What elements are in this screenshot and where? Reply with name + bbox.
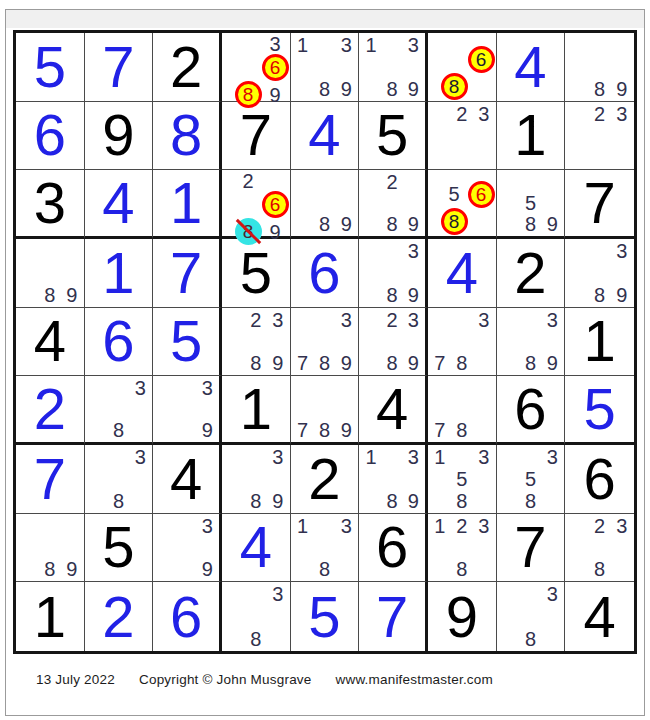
cell-r2c6[interactable]: 5 bbox=[359, 102, 428, 171]
cell-r8c6[interactable]: 6 bbox=[359, 514, 428, 583]
candidate-grid: 589 bbox=[498, 171, 564, 235]
given-digit: 7 bbox=[514, 518, 546, 576]
candidate: 7 bbox=[429, 352, 451, 374]
solved-digit: 5 bbox=[170, 312, 202, 370]
footer-website-link[interactable]: www.manifestmaster.com bbox=[336, 672, 493, 687]
candidate-grid: 138 bbox=[292, 515, 358, 581]
candidate-grid: 238 bbox=[566, 515, 633, 581]
candidate-grid: 389 bbox=[566, 240, 633, 306]
cell-r5c6[interactable]: 2389 bbox=[359, 308, 428, 377]
candidate: 3 bbox=[197, 515, 218, 537]
candidate: 9 bbox=[61, 558, 83, 580]
cell-r5c2[interactable]: 6 bbox=[85, 308, 154, 377]
cell-r7c1[interactable]: 7 bbox=[16, 445, 85, 514]
candidate: 3 bbox=[403, 240, 424, 262]
given-digit: 1 bbox=[514, 106, 546, 164]
cell-r6c5[interactable]: 789 bbox=[291, 376, 360, 445]
candidate: 9 bbox=[335, 352, 357, 374]
candidate: 3 bbox=[403, 34, 424, 56]
candidate: 8 bbox=[520, 628, 542, 650]
candidate-grid: 1358 bbox=[429, 446, 495, 512]
cell-r1c5[interactable]: 1389 bbox=[291, 33, 360, 102]
candidate: 3 bbox=[129, 446, 151, 468]
candidate: 9 bbox=[611, 78, 633, 100]
given-digit: 4 bbox=[584, 588, 616, 646]
cell-r3c5[interactable]: 89 bbox=[291, 170, 360, 239]
cell-r7c6[interactable]: 1389 bbox=[359, 445, 428, 514]
candidate: 9 bbox=[197, 420, 218, 441]
cell-r9c9[interactable]: 4 bbox=[565, 582, 634, 651]
cell-r3c4[interactable]: 2689 bbox=[222, 170, 291, 239]
candidate: 3 bbox=[611, 103, 633, 125]
given-digit: 1 bbox=[584, 312, 616, 370]
solved-digit: 5 bbox=[584, 380, 616, 438]
candidate: 1 bbox=[429, 446, 451, 468]
candidate: 9 bbox=[403, 490, 424, 512]
cell-r7c5[interactable]: 2 bbox=[291, 445, 360, 514]
candidate: 8 bbox=[245, 628, 267, 650]
candidate-grid: 38 bbox=[86, 377, 152, 441]
cell-r9c8[interactable]: 38 bbox=[497, 582, 566, 651]
candidate: 3 bbox=[473, 309, 495, 331]
solved-digit: 7 bbox=[102, 38, 134, 96]
cell-r4c8[interactable]: 2 bbox=[497, 239, 566, 308]
candidate: 8 bbox=[39, 558, 61, 580]
given-digit: 2 bbox=[308, 450, 340, 508]
candidate: 9 bbox=[403, 78, 424, 100]
candidate-grid: 68 bbox=[429, 34, 495, 100]
cell-r6c7[interactable]: 78 bbox=[428, 376, 497, 445]
candidate-grid: 23 bbox=[429, 103, 495, 169]
solved-digit: 6 bbox=[34, 106, 66, 164]
candidate-grid: 389 bbox=[223, 446, 289, 512]
candidate: 2 bbox=[451, 515, 473, 537]
candidate: 7 bbox=[292, 352, 314, 374]
footer: 13 July 2022 Copyright © John Musgrave w… bbox=[36, 672, 644, 687]
solved-digit: 4 bbox=[446, 244, 478, 302]
candidate-grid: 23 bbox=[566, 103, 633, 169]
cell-r4c2[interactable]: 1 bbox=[85, 239, 154, 308]
cell-r2c7[interactable]: 23 bbox=[428, 102, 497, 171]
candidate-grid: 2389 bbox=[223, 309, 289, 375]
candidate: 8 bbox=[451, 352, 473, 374]
solved-digit: 1 bbox=[170, 174, 202, 232]
solved-digit: 7 bbox=[170, 244, 202, 302]
candidate: 2 bbox=[245, 309, 267, 331]
cell-r9c1[interactable]: 1 bbox=[16, 582, 85, 651]
cell-r8c4[interactable]: 4 bbox=[222, 514, 291, 583]
solved-digit: 1 bbox=[102, 244, 134, 302]
cell-r8c7[interactable]: 1238 bbox=[428, 514, 497, 583]
cell-r1c3[interactable]: 2 bbox=[153, 33, 222, 102]
eliminated-candidate: 8 bbox=[235, 218, 262, 245]
candidate: 8 bbox=[451, 490, 473, 512]
candidate-grid: 39 bbox=[154, 515, 218, 581]
candidate: 8 bbox=[108, 420, 130, 441]
given-digit: 4 bbox=[376, 380, 408, 438]
candidate: 3 bbox=[197, 377, 218, 398]
cell-r3c2[interactable]: 4 bbox=[85, 170, 154, 239]
candidate: 8 bbox=[108, 490, 130, 512]
circled-candidate: 8 bbox=[441, 208, 468, 235]
given-digit: 5 bbox=[376, 106, 408, 164]
cell-r9c5[interactable]: 5 bbox=[291, 582, 360, 651]
cell-r9c4[interactable]: 38 bbox=[222, 582, 291, 651]
cell-r1c9[interactable]: 89 bbox=[565, 33, 634, 102]
candidate-grid: 568 bbox=[429, 171, 495, 235]
cell-r5c7[interactable]: 378 bbox=[428, 308, 497, 377]
top-bar bbox=[6, 10, 644, 28]
cell-r4c6[interactable]: 389 bbox=[359, 239, 428, 308]
cell-r8c3[interactable]: 39 bbox=[153, 514, 222, 583]
given-digit: 2 bbox=[514, 244, 546, 302]
candidate-grid: 2389 bbox=[360, 309, 424, 375]
candidate: 9 bbox=[403, 352, 424, 374]
candidate-grid: 389 bbox=[498, 309, 564, 375]
candidate: 9 bbox=[403, 284, 424, 306]
given-digit: 5 bbox=[102, 518, 134, 576]
candidate-grid: 3789 bbox=[292, 309, 358, 375]
given-digit: 6 bbox=[514, 380, 546, 438]
solved-digit: 4 bbox=[514, 38, 546, 96]
candidate: 9 bbox=[541, 352, 563, 374]
candidate: 5 bbox=[520, 468, 542, 490]
candidate: 3 bbox=[541, 446, 563, 468]
cell-r6c8[interactable]: 6 bbox=[497, 376, 566, 445]
cell-r7c7[interactable]: 1358 bbox=[428, 445, 497, 514]
candidate: 3 bbox=[473, 446, 495, 468]
candidate: 9 bbox=[403, 214, 424, 235]
candidate-grid: 89 bbox=[17, 515, 83, 581]
solved-digit: 2 bbox=[34, 380, 66, 438]
candidate: 3 bbox=[335, 309, 357, 331]
cell-r9c6[interactable]: 7 bbox=[359, 582, 428, 651]
candidate: 8 bbox=[451, 420, 473, 441]
solved-digit: 4 bbox=[240, 518, 272, 576]
given-digit: 9 bbox=[446, 588, 478, 646]
given-digit: 6 bbox=[584, 450, 616, 508]
cell-r5c8[interactable]: 389 bbox=[497, 308, 566, 377]
candidate: 1 bbox=[292, 515, 314, 537]
candidate: 9 bbox=[267, 490, 289, 512]
footer-date: 13 July 2022 bbox=[36, 672, 115, 687]
candidate: 3 bbox=[335, 34, 357, 56]
cell-r5c4[interactable]: 2389 bbox=[222, 308, 291, 377]
candidate: 8 bbox=[589, 558, 611, 580]
candidate: 9 bbox=[335, 420, 357, 441]
cell-r5c1[interactable]: 4 bbox=[16, 308, 85, 377]
candidate: 3 bbox=[267, 446, 289, 468]
cell-r7c8[interactable]: 358 bbox=[497, 445, 566, 514]
candidate: 3 bbox=[403, 309, 424, 331]
cell-r1c8[interactable]: 4 bbox=[497, 33, 566, 102]
candidate-grid: 289 bbox=[360, 171, 424, 235]
candidate: 2 bbox=[235, 171, 262, 191]
cell-r4c7[interactable]: 4 bbox=[428, 239, 497, 308]
candidate: 8 bbox=[382, 214, 403, 235]
candidate: 1 bbox=[292, 34, 314, 56]
candidate: 8 bbox=[589, 284, 611, 306]
solved-digit: 4 bbox=[102, 174, 134, 232]
candidate: 9 bbox=[267, 352, 289, 374]
candidate: 5 bbox=[441, 181, 468, 208]
solved-digit: 8 bbox=[170, 106, 202, 164]
candidate: 9 bbox=[611, 284, 633, 306]
candidate: 3 bbox=[335, 515, 357, 537]
candidate-grid: 2689 bbox=[223, 171, 289, 235]
candidate: 3 bbox=[541, 583, 563, 605]
given-digit: 4 bbox=[34, 312, 66, 370]
candidate: 3 bbox=[129, 377, 151, 398]
candidate: 5 bbox=[451, 468, 473, 490]
cell-r9c7[interactable]: 9 bbox=[428, 582, 497, 651]
given-digit: 9 bbox=[102, 106, 134, 164]
candidate: 1 bbox=[360, 34, 381, 56]
solved-digit: 5 bbox=[34, 38, 66, 96]
solved-digit: 7 bbox=[34, 450, 66, 508]
window-frame: 5723689138913896848969874523123341268989… bbox=[5, 9, 645, 716]
candidate: 8 bbox=[520, 214, 542, 235]
cell-r1c4[interactable]: 3689 bbox=[222, 33, 291, 102]
circled-candidate: 6 bbox=[468, 181, 495, 208]
cell-r1c6[interactable]: 1389 bbox=[359, 33, 428, 102]
candidate: 8 bbox=[314, 352, 336, 374]
cell-r1c1[interactable]: 5 bbox=[16, 33, 85, 102]
candidate: 3 bbox=[473, 515, 495, 537]
given-digit: 1 bbox=[34, 588, 66, 646]
given-digit: 6 bbox=[376, 518, 408, 576]
candidate: 7 bbox=[292, 420, 314, 441]
cell-r8c8[interactable]: 7 bbox=[497, 514, 566, 583]
cell-r4c1[interactable]: 89 bbox=[16, 239, 85, 308]
candidate: 9 bbox=[61, 284, 83, 306]
circled-candidate: 8 bbox=[235, 81, 262, 108]
candidate: 9 bbox=[335, 78, 357, 100]
cell-r7c2[interactable]: 38 bbox=[85, 445, 154, 514]
cell-r3c8[interactable]: 589 bbox=[497, 170, 566, 239]
solved-digit: 2 bbox=[102, 588, 134, 646]
candidate: 3 bbox=[403, 446, 424, 468]
candidate-grid: 1389 bbox=[360, 446, 424, 512]
cell-r2c5[interactable]: 4 bbox=[291, 102, 360, 171]
given-digit: 4 bbox=[170, 450, 202, 508]
candidate: 1 bbox=[429, 515, 451, 537]
candidate-grid: 1238 bbox=[429, 515, 495, 581]
candidate: 3 bbox=[267, 309, 289, 331]
candidate: 2 bbox=[451, 103, 473, 125]
footer-copyright: Copyright © John Musgrave bbox=[139, 672, 312, 687]
solved-digit: 7 bbox=[376, 588, 408, 646]
cell-r1c2[interactable]: 7 bbox=[85, 33, 154, 102]
cell-r8c1[interactable]: 89 bbox=[16, 514, 85, 583]
candidate-grid: 89 bbox=[17, 240, 83, 306]
cell-r8c9[interactable]: 238 bbox=[565, 514, 634, 583]
candidate: 8 bbox=[520, 490, 542, 512]
cell-r8c5[interactable]: 138 bbox=[291, 514, 360, 583]
cell-r6c6[interactable]: 4 bbox=[359, 376, 428, 445]
cell-r2c9[interactable]: 23 bbox=[565, 102, 634, 171]
candidate: 3 bbox=[267, 583, 289, 605]
cell-r3c1[interactable]: 3 bbox=[16, 170, 85, 239]
candidate: 8 bbox=[520, 352, 542, 374]
candidate: 3 bbox=[473, 103, 495, 125]
cell-r8c2[interactable]: 5 bbox=[85, 514, 154, 583]
cell-r6c9[interactable]: 5 bbox=[565, 376, 634, 445]
solved-digit: 4 bbox=[308, 106, 340, 164]
given-digit: 5 bbox=[240, 244, 272, 302]
candidate: 3 bbox=[262, 34, 289, 54]
candidate-grid: 89 bbox=[566, 34, 633, 100]
solved-digit: 6 bbox=[170, 588, 202, 646]
given-digit: 3 bbox=[34, 174, 66, 232]
cell-r1c7[interactable]: 68 bbox=[428, 33, 497, 102]
candidate: 8 bbox=[245, 490, 267, 512]
candidate-grid: 38 bbox=[86, 446, 152, 512]
circled-candidate: 8 bbox=[441, 73, 468, 100]
cell-r4c5[interactable]: 6 bbox=[291, 239, 360, 308]
solved-digit: 6 bbox=[308, 244, 340, 302]
candidate: 2 bbox=[382, 171, 403, 192]
cell-r4c9[interactable]: 389 bbox=[565, 239, 634, 308]
cell-r4c3[interactable]: 7 bbox=[153, 239, 222, 308]
candidate: 1 bbox=[360, 446, 381, 468]
candidate: 7 bbox=[429, 420, 451, 441]
candidate-grid: 789 bbox=[292, 377, 358, 441]
candidate-grid: 89 bbox=[292, 171, 358, 235]
circled-candidate: 6 bbox=[262, 54, 289, 81]
cell-r9c2[interactable]: 2 bbox=[85, 582, 154, 651]
given-digit: 7 bbox=[240, 106, 272, 164]
solved-digit: 5 bbox=[308, 588, 340, 646]
cell-r7c4[interactable]: 389 bbox=[222, 445, 291, 514]
cell-r7c3[interactable]: 4 bbox=[153, 445, 222, 514]
candidate-grid: 1389 bbox=[292, 34, 358, 100]
candidate-grid: 38 bbox=[498, 583, 564, 650]
cell-r5c9[interactable]: 1 bbox=[565, 308, 634, 377]
cell-r3c6[interactable]: 289 bbox=[359, 170, 428, 239]
given-digit: 1 bbox=[240, 380, 272, 438]
candidate-grid: 389 bbox=[360, 240, 424, 306]
sudoku-board: 5723689138913896848969874523123341268989… bbox=[13, 30, 637, 654]
candidate: 8 bbox=[589, 78, 611, 100]
cell-r3c3[interactable]: 1 bbox=[153, 170, 222, 239]
cell-r3c9[interactable]: 7 bbox=[565, 170, 634, 239]
cell-r6c4[interactable]: 1 bbox=[222, 376, 291, 445]
candidate-grid: 358 bbox=[498, 446, 564, 512]
candidate: 9 bbox=[541, 214, 563, 235]
candidate: 8 bbox=[382, 78, 403, 100]
candidate: 8 bbox=[382, 284, 403, 306]
cell-r2c2[interactable]: 9 bbox=[85, 102, 154, 171]
candidate: 8 bbox=[314, 78, 336, 100]
cell-r2c8[interactable]: 1 bbox=[497, 102, 566, 171]
candidate: 2 bbox=[589, 515, 611, 537]
candidate-grid: 1389 bbox=[360, 34, 424, 100]
candidate: 8 bbox=[382, 490, 403, 512]
cell-r7c9[interactable]: 6 bbox=[565, 445, 634, 514]
solved-digit: 6 bbox=[102, 312, 134, 370]
candidate-grid: 378 bbox=[429, 309, 495, 375]
candidate: 8 bbox=[314, 214, 336, 235]
candidate: 2 bbox=[382, 309, 403, 331]
cell-r6c1[interactable]: 2 bbox=[16, 376, 85, 445]
candidate: 9 bbox=[197, 558, 218, 580]
cell-r9c3[interactable]: 6 bbox=[153, 582, 222, 651]
cell-r4c4[interactable]: 5 bbox=[222, 239, 291, 308]
candidate-grid: 3689 bbox=[223, 34, 289, 100]
candidate: 5 bbox=[520, 193, 542, 214]
candidate: 8 bbox=[382, 352, 403, 374]
candidate: 2 bbox=[589, 103, 611, 125]
candidate: 8 bbox=[314, 558, 336, 580]
candidate-grid: 38 bbox=[223, 583, 289, 650]
cell-r3c7[interactable]: 568 bbox=[428, 170, 497, 239]
candidate-grid: 78 bbox=[429, 377, 495, 441]
candidate: 8 bbox=[314, 420, 336, 441]
candidate: 8 bbox=[451, 558, 473, 580]
candidate: 8 bbox=[39, 284, 61, 306]
cell-r2c1[interactable]: 6 bbox=[16, 102, 85, 171]
cell-r6c2[interactable]: 38 bbox=[85, 376, 154, 445]
cell-r2c4[interactable]: 7 bbox=[222, 102, 291, 171]
candidate: 3 bbox=[611, 240, 633, 262]
circled-candidate: 6 bbox=[262, 191, 289, 218]
circled-candidate: 6 bbox=[468, 46, 495, 73]
cell-r2c3[interactable]: 8 bbox=[153, 102, 222, 171]
given-digit: 2 bbox=[170, 38, 202, 96]
candidate: 8 bbox=[245, 352, 267, 374]
cell-r5c5[interactable]: 3789 bbox=[291, 308, 360, 377]
candidate: 3 bbox=[541, 309, 563, 331]
candidate-grid: 39 bbox=[154, 377, 218, 441]
given-digit: 7 bbox=[584, 174, 616, 232]
candidate: 3 bbox=[611, 515, 633, 537]
cell-r6c3[interactable]: 39 bbox=[153, 376, 222, 445]
candidate: 9 bbox=[335, 214, 357, 235]
cell-r5c3[interactable]: 5 bbox=[153, 308, 222, 377]
